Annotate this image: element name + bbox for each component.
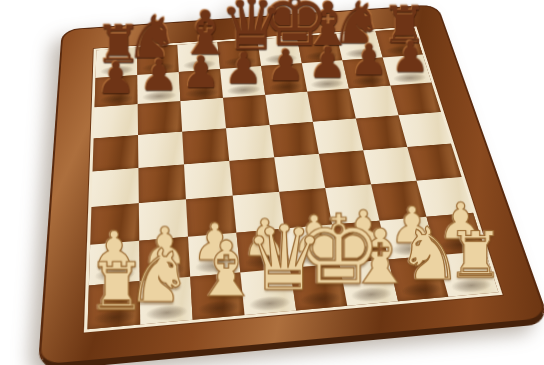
square-h6 — [390, 82, 441, 115]
square-f2: ♟ — [332, 221, 388, 264]
piece-shadow — [182, 59, 216, 71]
piece-shadow — [344, 48, 378, 59]
square-b2: ♟ — [139, 237, 190, 281]
square-e2: ♟ — [284, 225, 339, 268]
square-e8: ♚ — [257, 36, 302, 66]
square-b6 — [138, 101, 183, 135]
square-h5 — [399, 112, 451, 147]
board-frame: ♜♞♝♛♚♝♞♜♟♟♟♟♟♟♟♟♟♟♟♟♟♟♟♟♜♞♝♛♚♝♞♜ — [38, 4, 544, 365]
square-e7: ♟ — [261, 63, 307, 94]
square-f7: ♟ — [302, 60, 349, 91]
square-h8: ♜ — [375, 28, 422, 57]
square-f3 — [325, 184, 379, 224]
square-d7: ♟ — [220, 66, 265, 98]
square-h2: ♟ — [426, 213, 485, 256]
black-knight: ♞ — [137, 11, 178, 70]
square-c4 — [184, 161, 233, 199]
product-photo-scene: ♜♞♝♛♚♝♞♜♟♟♟♟♟♟♟♟♟♟♟♟♟♟♟♟♜♞♝♛♚♝♞♜ — [0, 0, 544, 365]
square-g3 — [371, 181, 426, 221]
piece-shadow — [449, 277, 493, 295]
square-g5 — [356, 115, 407, 150]
piece-shadow — [390, 241, 432, 257]
piece-shadow — [184, 87, 219, 99]
piece-shadow — [264, 53, 298, 64]
piece-shadow — [145, 262, 186, 279]
square-c3 — [186, 196, 236, 237]
piece-shadow — [438, 237, 480, 253]
square-b1: ♞ — [140, 277, 193, 325]
piece-shadow — [142, 90, 176, 102]
piece-shadow — [349, 286, 392, 304]
square-a8: ♜ — [96, 48, 138, 78]
square-d3 — [233, 192, 285, 233]
piece-shadow — [93, 308, 135, 327]
black-queen: ♛ — [220, 0, 261, 64]
square-a6 — [94, 104, 138, 138]
square-h4 — [407, 143, 461, 180]
square-e3 — [279, 188, 332, 229]
square-c2: ♟ — [188, 233, 240, 277]
piece-shadow — [299, 290, 342, 308]
piece-shadow — [391, 72, 427, 84]
square-d4 — [229, 157, 279, 195]
square-c5 — [182, 128, 229, 164]
square-d5 — [226, 125, 274, 161]
piece-shadow — [197, 299, 239, 317]
square-f4 — [319, 150, 371, 188]
black-king: ♚ — [261, 0, 302, 61]
chess-board: ♜♞♝♛♚♝♞♜♟♟♟♟♟♟♟♟♟♟♟♟♟♟♟♟♜♞♝♛♚♝♞♜ — [38, 4, 544, 365]
piece-shadow — [399, 281, 443, 299]
square-f8: ♝ — [297, 34, 343, 63]
square-a3 — [90, 203, 139, 245]
square-h1: ♜ — [437, 251, 498, 297]
square-b8: ♞ — [137, 45, 179, 75]
square-b5 — [138, 132, 184, 168]
square-b7: ♟ — [137, 72, 180, 104]
black-bishop: ♝ — [301, 0, 342, 58]
board-cast-shadow: ♜♞♝♛♚♝♞♜♟♟♟♟♟♟♟♟♟♟♟♟♟♟♟♟♜♞♝♛♚♝♞♜ — [0, 0, 544, 365]
piece-shadow — [293, 249, 334, 266]
piece-shadow — [226, 84, 261, 96]
board-grid: ♜♞♝♛♚♝♞♜♟♟♟♟♟♟♟♟♟♟♟♟♟♟♟♟♜♞♝♛♚♝♞♜ — [84, 26, 503, 332]
square-e6 — [265, 92, 313, 125]
piece-shadow — [194, 257, 235, 274]
piece-shadow — [341, 245, 383, 262]
black-bishop: ♝ — [179, 6, 220, 66]
square-f6 — [307, 89, 356, 122]
square-g2: ♟ — [379, 217, 437, 260]
square-e4 — [274, 154, 325, 192]
square-a1: ♜ — [88, 281, 141, 329]
piece-shadow — [145, 304, 187, 322]
square-e5 — [270, 122, 319, 158]
square-d1: ♛ — [240, 268, 296, 315]
square-g1: ♞ — [388, 255, 448, 301]
square-c8: ♝ — [177, 42, 220, 72]
square-a2: ♟ — [89, 241, 140, 286]
square-h7: ♟ — [383, 55, 432, 86]
black-knight: ♞ — [342, 0, 383, 55]
square-a4 — [91, 168, 138, 207]
black-rook: ♜ — [382, 2, 423, 53]
square-c6 — [180, 98, 226, 132]
square-a7: ♟ — [95, 75, 138, 107]
square-f5 — [313, 118, 363, 153]
square-c1: ♝ — [190, 272, 244, 319]
square-c7: ♟ — [179, 69, 223, 101]
piece-shadow — [244, 253, 285, 270]
square-d6 — [223, 95, 270, 129]
piece-shadow — [94, 266, 135, 283]
square-b3 — [139, 199, 188, 240]
square-d2: ♟ — [236, 229, 290, 273]
square-b4 — [138, 164, 186, 203]
piece-shadow — [248, 295, 291, 313]
square-a5 — [93, 135, 139, 172]
square-d8: ♛ — [217, 39, 261, 69]
square-e1: ♚ — [290, 264, 347, 311]
square-h3 — [417, 177, 474, 217]
